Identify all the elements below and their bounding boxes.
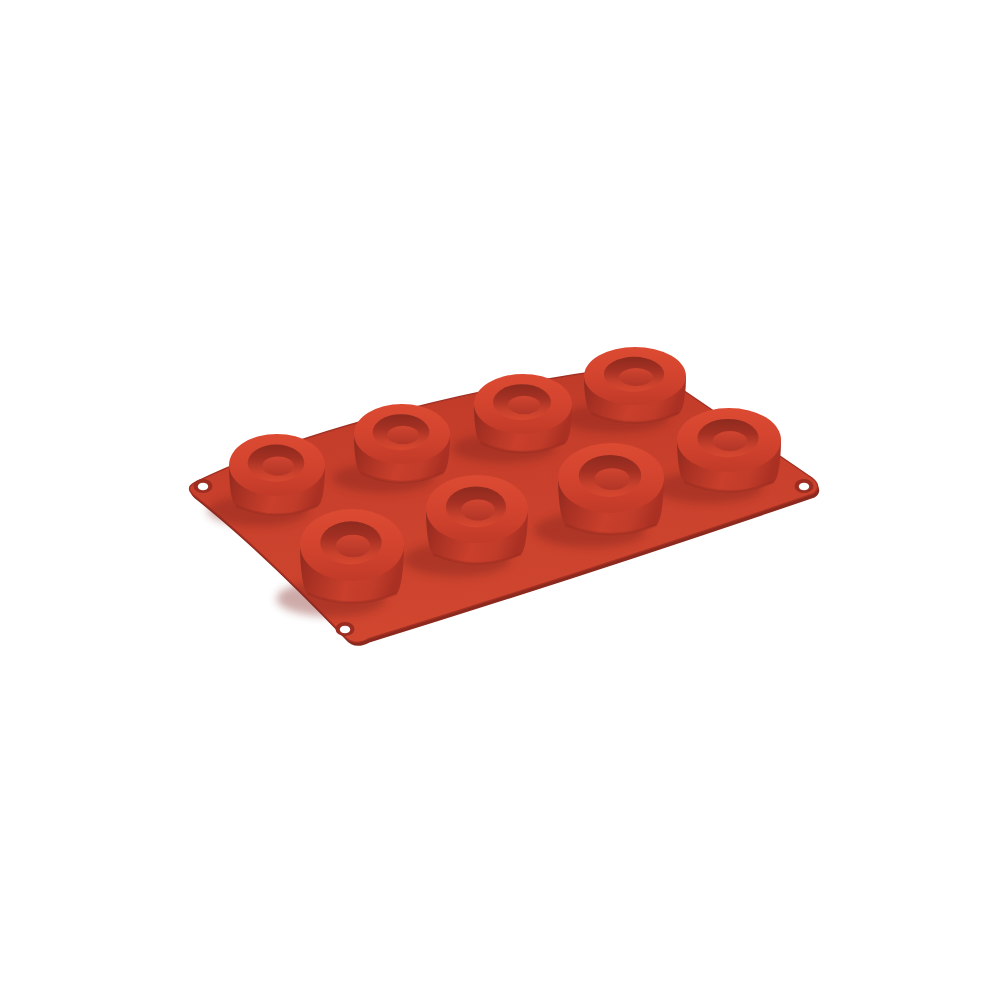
corner-hole — [336, 622, 355, 636]
mold-cavity-r1c2 — [354, 404, 450, 482]
cavity-bowl-floor — [387, 426, 419, 445]
mold-cavity-r2c2 — [426, 475, 528, 563]
corner-hole-opening — [799, 483, 809, 491]
corner-hole-opening — [198, 483, 208, 491]
cavity-bowl-floor — [619, 368, 653, 386]
mold-cavity-r1c3 — [474, 374, 572, 452]
mold-cavity-r2c4 — [677, 408, 781, 491]
mold-root — [190, 347, 820, 646]
cavity-bowl-floor — [461, 499, 495, 520]
mold-cavity-r1c4 — [584, 347, 686, 422]
silicone-mold-photo — [0, 0, 1000, 1000]
mold-cavity-r2c3 — [558, 443, 664, 534]
cavity-bowl-floor — [595, 468, 630, 490]
mold-cavity-r1c1 — [229, 434, 325, 515]
cavity-bowl-floor — [336, 535, 370, 557]
product-image-canvas — [0, 0, 1000, 1000]
cavity-bowl-floor — [713, 431, 747, 451]
corner-hole — [795, 479, 814, 493]
corner-hole-opening — [340, 626, 350, 634]
cavity-bowl-floor — [262, 456, 294, 475]
mold-cavity-r2c1 — [300, 509, 404, 603]
cavity-bowl-floor — [508, 396, 540, 415]
corner-hole — [194, 479, 213, 493]
